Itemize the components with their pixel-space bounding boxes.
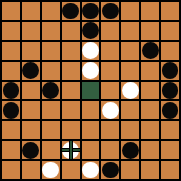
board-cell[interactable] <box>161 42 179 60</box>
white-defender-stone[interactable] <box>102 102 119 119</box>
board-cell[interactable] <box>62 2 80 20</box>
black-attacker-stone[interactable] <box>3 82 20 99</box>
board-cell[interactable] <box>101 82 119 100</box>
board-cell[interactable] <box>22 101 40 119</box>
black-attacker-stone[interactable] <box>22 62 39 79</box>
board-cell[interactable] <box>121 22 139 40</box>
board-cell[interactable] <box>82 42 100 60</box>
black-attacker-stone[interactable] <box>42 82 59 99</box>
board-cell[interactable] <box>22 141 40 159</box>
board-cell[interactable] <box>2 101 20 119</box>
board-cell[interactable] <box>121 2 139 20</box>
board-cell[interactable] <box>101 2 119 20</box>
board-cell[interactable] <box>121 42 139 60</box>
board-cell[interactable] <box>121 62 139 80</box>
board-cell[interactable] <box>2 62 20 80</box>
board-cell[interactable] <box>82 161 100 179</box>
board-cell[interactable] <box>62 121 80 139</box>
board-cell[interactable] <box>141 82 159 100</box>
black-attacker-stone[interactable] <box>22 142 39 159</box>
board-cell[interactable] <box>42 141 60 159</box>
board-cell[interactable] <box>161 161 179 179</box>
board-cell[interactable] <box>161 22 179 40</box>
board-cell[interactable] <box>141 42 159 60</box>
black-attacker-stone[interactable] <box>82 3 99 20</box>
board-cell[interactable] <box>22 62 40 80</box>
board-cell[interactable] <box>62 42 80 60</box>
board-cell[interactable] <box>62 101 80 119</box>
king-cross-vertical <box>69 141 73 159</box>
board-cell[interactable] <box>62 82 80 100</box>
board-cell[interactable] <box>82 141 100 159</box>
board-cell[interactable] <box>121 82 139 100</box>
board-cell[interactable] <box>82 121 100 139</box>
board-cell[interactable] <box>22 2 40 20</box>
throne-cell[interactable] <box>82 82 100 100</box>
board-cell[interactable] <box>2 22 20 40</box>
black-attacker-stone[interactable] <box>162 82 179 99</box>
board-cell[interactable] <box>101 22 119 40</box>
board-cell[interactable] <box>2 121 20 139</box>
board-cell[interactable] <box>42 2 60 20</box>
board-cell[interactable] <box>141 161 159 179</box>
white-defender-stone[interactable] <box>122 82 139 99</box>
board-cell[interactable] <box>62 141 80 159</box>
white-defender-stone[interactable] <box>82 62 99 79</box>
black-attacker-stone[interactable] <box>162 62 179 79</box>
board-cell[interactable] <box>22 82 40 100</box>
board-cell[interactable] <box>22 121 40 139</box>
board-cell[interactable] <box>22 161 40 179</box>
board-cell[interactable] <box>161 141 179 159</box>
board-cell[interactable] <box>161 82 179 100</box>
white-defender-stone[interactable] <box>82 42 99 59</box>
board-cell[interactable] <box>82 101 100 119</box>
board-cell[interactable] <box>42 101 60 119</box>
board-cell[interactable] <box>42 161 60 179</box>
board-cell[interactable] <box>141 22 159 40</box>
board-cell[interactable] <box>2 141 20 159</box>
board-cell[interactable] <box>82 22 100 40</box>
board-cell[interactable] <box>141 2 159 20</box>
board-cell[interactable] <box>2 2 20 20</box>
black-attacker-stone[interactable] <box>3 102 20 119</box>
board-cell[interactable] <box>141 101 159 119</box>
board-cell[interactable] <box>161 101 179 119</box>
white-defender-stone[interactable] <box>42 162 59 179</box>
board-cell[interactable] <box>101 42 119 60</box>
tablut-app <box>0 0 181 181</box>
board-cell[interactable] <box>82 2 100 20</box>
board-cell[interactable] <box>82 62 100 80</box>
board-cell[interactable] <box>42 62 60 80</box>
board-cell[interactable] <box>2 82 20 100</box>
board-cell[interactable] <box>42 42 60 60</box>
board-cell[interactable] <box>101 62 119 80</box>
board-cell[interactable] <box>101 121 119 139</box>
board-cell[interactable] <box>141 141 159 159</box>
board-cell[interactable] <box>62 62 80 80</box>
tablut-board <box>0 0 181 181</box>
board-cell[interactable] <box>101 141 119 159</box>
board-cell[interactable] <box>161 121 179 139</box>
board-cell[interactable] <box>161 62 179 80</box>
black-attacker-stone[interactable] <box>102 162 119 179</box>
black-attacker-stone[interactable] <box>162 102 179 119</box>
board-cell[interactable] <box>121 101 139 119</box>
black-attacker-stone[interactable] <box>142 42 159 59</box>
board-cell[interactable] <box>101 161 119 179</box>
board-cell[interactable] <box>121 141 139 159</box>
board-cell[interactable] <box>141 121 159 139</box>
black-attacker-stone[interactable] <box>122 142 139 159</box>
board-cell[interactable] <box>42 22 60 40</box>
board-cell[interactable] <box>62 22 80 40</box>
black-attacker-stone[interactable] <box>102 3 119 20</box>
board-cell[interactable] <box>121 121 139 139</box>
board-cell[interactable] <box>121 161 139 179</box>
board-cell[interactable] <box>42 82 60 100</box>
king-piece[interactable] <box>62 141 80 159</box>
board-cell[interactable] <box>101 101 119 119</box>
board-cell[interactable] <box>62 161 80 179</box>
board-cell[interactable] <box>2 42 20 60</box>
black-attacker-stone[interactable] <box>82 22 99 39</box>
board-cell[interactable] <box>2 161 20 179</box>
board-cell[interactable] <box>22 22 40 40</box>
white-defender-stone[interactable] <box>82 162 99 179</box>
board-cell[interactable] <box>141 62 159 80</box>
board-cell[interactable] <box>22 42 40 60</box>
board-cell[interactable] <box>42 121 60 139</box>
black-attacker-stone[interactable] <box>62 3 79 20</box>
board-cell[interactable] <box>161 2 179 20</box>
